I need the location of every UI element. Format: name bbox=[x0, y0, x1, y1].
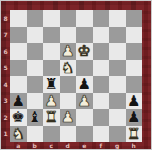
square-b5[interactable] bbox=[27, 60, 44, 77]
rank-label-2: 2 bbox=[1, 109, 10, 126]
square-f2[interactable] bbox=[93, 109, 110, 126]
square-b4[interactable] bbox=[27, 76, 44, 93]
square-b1[interactable] bbox=[27, 126, 44, 143]
square-c7[interactable] bbox=[43, 27, 60, 44]
square-g2[interactable] bbox=[109, 109, 126, 126]
file-label-h: h bbox=[126, 142, 143, 149]
square-f5[interactable] bbox=[93, 60, 110, 77]
square-a1[interactable]: ♞ bbox=[10, 126, 27, 143]
square-f1[interactable] bbox=[93, 126, 110, 143]
rank-label-8: 8 bbox=[1, 10, 10, 27]
square-g8[interactable] bbox=[109, 10, 126, 27]
white-knight: ♞ bbox=[61, 59, 74, 76]
square-f4[interactable] bbox=[93, 76, 110, 93]
square-e3[interactable]: ♟ bbox=[76, 93, 93, 110]
black-pawn: ♟ bbox=[127, 92, 140, 109]
square-b2[interactable]: ♝ bbox=[27, 109, 44, 126]
black-king: ♚ bbox=[12, 109, 25, 126]
file-label-e: e bbox=[76, 142, 93, 149]
file-label-c: c bbox=[43, 142, 60, 149]
rank-label-6: 6 bbox=[1, 43, 10, 60]
square-a8[interactable] bbox=[10, 10, 27, 27]
black-bishop: ♝ bbox=[28, 109, 41, 126]
square-b8[interactable] bbox=[27, 10, 44, 27]
square-g4[interactable] bbox=[109, 76, 126, 93]
square-e1[interactable] bbox=[76, 126, 93, 143]
rank-label-4: 4 bbox=[1, 76, 10, 93]
square-h7[interactable] bbox=[126, 27, 143, 44]
chess-board: ♟♚♞♜♟♟♟♟♟♚♝♜♟♟♞♜ bbox=[10, 10, 142, 142]
rank-label-5: 5 bbox=[1, 60, 10, 77]
rank-label-3: 3 bbox=[1, 93, 10, 110]
square-a6[interactable] bbox=[10, 43, 27, 60]
black-pawn: ♟ bbox=[127, 109, 140, 126]
square-g1[interactable] bbox=[109, 126, 126, 143]
square-c2[interactable]: ♜ bbox=[43, 109, 60, 126]
file-labels: abcdefgh bbox=[10, 142, 142, 149]
rank-labels: 87654321 bbox=[1, 10, 10, 142]
square-d1[interactable] bbox=[60, 126, 77, 143]
square-f7[interactable] bbox=[93, 27, 110, 44]
square-g3[interactable] bbox=[109, 93, 126, 110]
file-label-f: f bbox=[93, 142, 110, 149]
black-pawn: ♟ bbox=[78, 76, 91, 93]
square-c6[interactable] bbox=[43, 43, 60, 60]
square-a7[interactable] bbox=[10, 27, 27, 44]
square-e2[interactable] bbox=[76, 109, 93, 126]
square-g6[interactable] bbox=[109, 43, 126, 60]
square-b7[interactable] bbox=[27, 27, 44, 44]
white-pawn: ♟ bbox=[78, 92, 91, 109]
square-h6[interactable] bbox=[126, 43, 143, 60]
square-f8[interactable] bbox=[93, 10, 110, 27]
white-king: ♚ bbox=[78, 43, 91, 60]
white-pawn: ♟ bbox=[45, 92, 58, 109]
square-e6[interactable]: ♚ bbox=[76, 43, 93, 60]
square-h5[interactable] bbox=[126, 60, 143, 77]
file-label-b: b bbox=[27, 142, 44, 149]
square-d5[interactable]: ♞ bbox=[60, 60, 77, 77]
square-d8[interactable] bbox=[60, 10, 77, 27]
square-h1[interactable]: ♜ bbox=[126, 126, 143, 143]
square-h8[interactable] bbox=[126, 10, 143, 27]
black-pawn: ♟ bbox=[12, 92, 25, 109]
white-rook: ♜ bbox=[45, 109, 58, 126]
square-e8[interactable] bbox=[76, 10, 93, 27]
square-a5[interactable] bbox=[10, 60, 27, 77]
square-f6[interactable] bbox=[93, 43, 110, 60]
chess-board-frame: 87654321 abcdefgh ♟♚♞♜♟♟♟♟♟♚♝♜♟♟♞♜ bbox=[0, 0, 152, 150]
square-g5[interactable] bbox=[109, 60, 126, 77]
white-pawn: ♟ bbox=[61, 43, 74, 60]
square-g7[interactable] bbox=[109, 27, 126, 44]
square-c8[interactable] bbox=[43, 10, 60, 27]
white-pawn: ♟ bbox=[61, 109, 74, 126]
rank-label-7: 7 bbox=[1, 27, 10, 44]
square-f3[interactable] bbox=[93, 93, 110, 110]
square-b6[interactable] bbox=[27, 43, 44, 60]
white-knight: ♞ bbox=[12, 125, 25, 142]
black-rook: ♜ bbox=[45, 76, 58, 93]
square-c1[interactable] bbox=[43, 126, 60, 143]
square-d4[interactable] bbox=[60, 76, 77, 93]
rank-label-1: 1 bbox=[1, 126, 10, 143]
square-d2[interactable]: ♟ bbox=[60, 109, 77, 126]
white-rook: ♜ bbox=[127, 125, 140, 142]
file-label-d: d bbox=[60, 142, 77, 149]
file-label-g: g bbox=[109, 142, 126, 149]
file-label-a: a bbox=[10, 142, 27, 149]
